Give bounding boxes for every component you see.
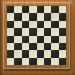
square[interactable] [7, 36, 14, 43]
square[interactable] [37, 28, 44, 35]
square[interactable] [7, 6, 14, 13]
square[interactable] [7, 21, 14, 28]
square[interactable] [29, 13, 36, 20]
square[interactable] [29, 6, 36, 13]
square[interactable] [22, 28, 29, 35]
square[interactable] [59, 21, 66, 28]
square[interactable] [29, 43, 36, 50]
square[interactable] [59, 13, 66, 20]
square[interactable] [51, 36, 58, 43]
square[interactable] [59, 58, 66, 65]
square[interactable] [29, 21, 36, 28]
square[interactable] [7, 43, 14, 50]
square[interactable] [44, 50, 51, 57]
square[interactable] [44, 6, 51, 13]
square[interactable] [59, 50, 66, 57]
square[interactable] [37, 6, 44, 13]
square[interactable] [59, 28, 66, 35]
square[interactable] [29, 36, 36, 43]
square[interactable] [51, 50, 58, 57]
square[interactable] [7, 50, 14, 57]
square[interactable] [14, 13, 21, 20]
square[interactable] [22, 36, 29, 43]
square[interactable] [14, 6, 21, 13]
square[interactable] [51, 43, 58, 50]
square[interactable] [37, 36, 44, 43]
square[interactable] [29, 58, 36, 65]
square[interactable] [51, 58, 58, 65]
square[interactable] [37, 13, 44, 20]
square[interactable] [14, 43, 21, 50]
square[interactable] [59, 43, 66, 50]
square[interactable] [14, 50, 21, 57]
square[interactable] [44, 28, 51, 35]
square[interactable] [59, 36, 66, 43]
square[interactable] [37, 21, 44, 28]
board-grid [7, 6, 66, 65]
square[interactable] [22, 6, 29, 13]
square[interactable] [51, 28, 58, 35]
chessboard-frame [3, 2, 70, 69]
square[interactable] [14, 36, 21, 43]
square[interactable] [7, 58, 14, 65]
square[interactable] [22, 58, 29, 65]
square[interactable] [7, 13, 14, 20]
square[interactable] [29, 50, 36, 57]
square[interactable] [59, 6, 66, 13]
square[interactable] [44, 36, 51, 43]
square[interactable] [14, 21, 21, 28]
square[interactable] [22, 13, 29, 20]
square[interactable] [51, 13, 58, 20]
square[interactable] [51, 21, 58, 28]
square[interactable] [44, 43, 51, 50]
square[interactable] [22, 43, 29, 50]
square[interactable] [29, 28, 36, 35]
table-surface [0, 0, 75, 75]
square[interactable] [22, 50, 29, 57]
square[interactable] [44, 13, 51, 20]
square[interactable] [37, 43, 44, 50]
square[interactable] [22, 21, 29, 28]
square[interactable] [37, 58, 44, 65]
square[interactable] [14, 58, 21, 65]
square[interactable] [51, 6, 58, 13]
square[interactable] [14, 28, 21, 35]
square[interactable] [7, 28, 14, 35]
square[interactable] [44, 58, 51, 65]
square[interactable] [44, 21, 51, 28]
square[interactable] [37, 50, 44, 57]
